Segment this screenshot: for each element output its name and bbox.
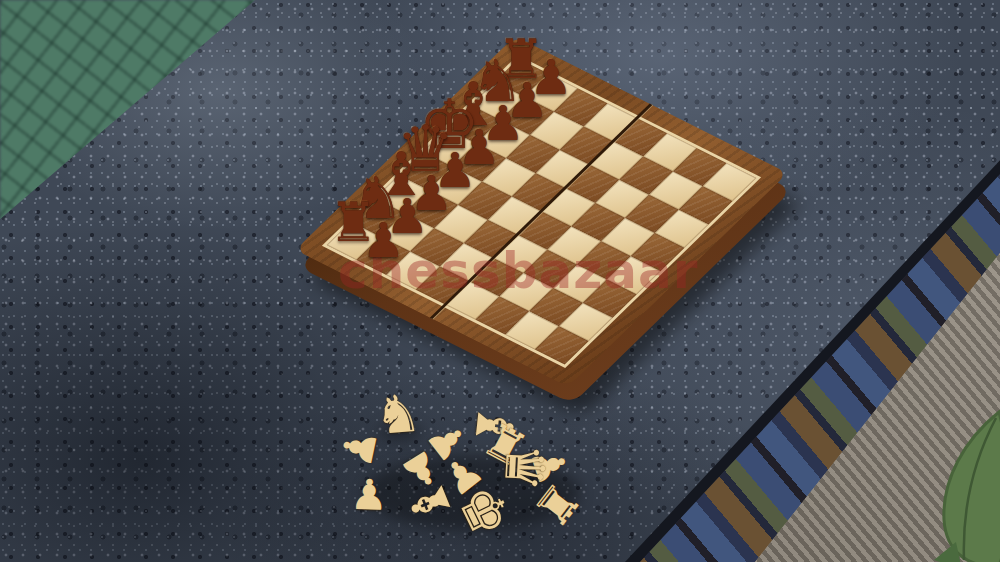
leaf-icon — [904, 410, 1000, 562]
knight-shadow — [378, 424, 422, 440]
piece-pile-shadow — [365, 455, 580, 530]
outdoor-product-photo: chessbazaar ♜♟♞♟♝♟♚♟♛♟♝♟♞♟♜♟♝♞♟♜♟♟♛♟♟♝♜♟… — [0, 0, 1000, 562]
